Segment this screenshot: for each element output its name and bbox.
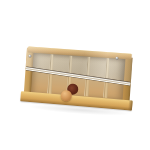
- product-photo: [0, 0, 150, 150]
- tea-box: [23, 46, 133, 110]
